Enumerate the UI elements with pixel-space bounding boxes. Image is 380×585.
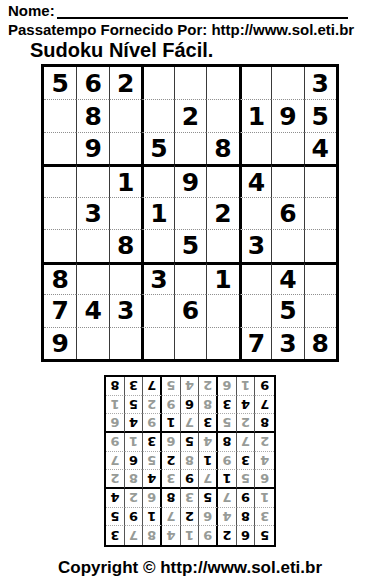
solution-cell-r6c1: 2 — [255, 433, 274, 452]
puzzle-digit: 5 — [182, 233, 199, 258]
solution-digit: 4 — [203, 435, 212, 448]
solution-cell-r8c9: 1 — [106, 396, 125, 415]
solution-digit: 5 — [147, 454, 156, 467]
solution-cell-r1c1: 5 — [255, 526, 274, 545]
solution-digit: 3 — [110, 529, 119, 542]
solution-digit: 6 — [222, 379, 231, 392]
puzzle-cell-r2c2[interactable]: 8 — [76, 99, 108, 131]
puzzle-cell-r4c7[interactable]: 4 — [239, 164, 271, 196]
solution-digit: 8 — [110, 379, 119, 392]
puzzle-digit: 8 — [312, 331, 329, 356]
puzzle-cell-r8c3[interactable]: 3 — [109, 294, 141, 326]
solution-digit: 5 — [203, 491, 212, 504]
solution-digit: 8 — [185, 454, 194, 467]
puzzle-cell-r5c2[interactable]: 3 — [76, 197, 108, 229]
solution-digit: 8 — [241, 510, 250, 523]
solution-digit: 9 — [260, 379, 269, 392]
puzzle-cell-r8c1[interactable]: 7 — [44, 294, 76, 326]
puzzle-digit: 3 — [312, 71, 329, 96]
puzzle-cell-r2c9[interactable]: 5 — [304, 99, 336, 131]
solution-cell-r5c1: 4 — [255, 452, 274, 471]
solution-cell-r4c8: 8 — [125, 470, 144, 489]
solution-cell-r3c6: 8 — [162, 489, 181, 508]
puzzle-digit: 6 — [84, 71, 101, 96]
sudoku-worksheet-page: Nome: Passatempo Fornecido Por: http://w… — [0, 0, 380, 585]
puzzle-cell-r3c1[interactable] — [44, 132, 76, 164]
solution-cell-r1c2: 6 — [237, 526, 256, 545]
solution-digit: 8 — [129, 472, 138, 485]
puzzle-cell-r2c6[interactable] — [206, 99, 238, 131]
solution-cell-r8c7: 2 — [143, 396, 162, 415]
puzzle-digit: 5 — [150, 136, 167, 161]
puzzle-digit: 8 — [84, 104, 101, 129]
solution-cell-r9c1: 9 — [255, 377, 274, 396]
puzzle-digit: 2 — [182, 104, 199, 129]
puzzle-cell-r2c1[interactable] — [44, 99, 76, 131]
solution-cell-r4c6: 3 — [162, 470, 181, 489]
puzzle-digit: 4 — [279, 267, 296, 292]
puzzle-cell-r6c2[interactable] — [76, 229, 108, 261]
puzzle-cell-r9c6[interactable] — [206, 327, 238, 359]
solution-cell-r6c3: 8 — [218, 433, 237, 452]
solution-cell-r4c5: 9 — [181, 470, 200, 489]
puzzle-cell-r9c7[interactable]: 7 — [239, 327, 271, 359]
solution-cell-r5c6: 2 — [162, 452, 181, 471]
puzzle-digit: 8 — [214, 136, 231, 161]
puzzle-cell-r7c5[interactable] — [174, 262, 206, 294]
solution-board-rotated-180: 5629148733846271951975386246517934824391… — [104, 375, 276, 547]
solution-cell-r7c7: 9 — [143, 414, 162, 433]
puzzle-digit: 9 — [182, 170, 199, 195]
solution-digit: 9 — [185, 472, 194, 485]
puzzle-cell-r5c6[interactable]: 2 — [206, 197, 238, 229]
solution-digit: 7 — [110, 454, 119, 467]
solution-digit: 2 — [166, 454, 175, 467]
solution-cell-r3c1: 1 — [255, 489, 274, 508]
puzzle-digit: 5 — [312, 104, 329, 129]
puzzle-cell-r8c6[interactable] — [206, 294, 238, 326]
puzzle-cell-r2c5[interactable]: 2 — [174, 99, 206, 131]
solution-cell-r5c3: 9 — [218, 452, 237, 471]
solution-cell-r5c7: 5 — [143, 452, 162, 471]
puzzle-cell-r1c7[interactable] — [239, 67, 271, 99]
puzzle-cell-r6c5[interactable]: 5 — [174, 229, 206, 261]
solution-cell-r4c9: 2 — [106, 470, 125, 489]
solution-cell-r6c4: 4 — [199, 433, 218, 452]
solution-digit: 4 — [260, 454, 269, 467]
solution-digit: 3 — [185, 491, 194, 504]
solution-digit: 9 — [147, 416, 156, 429]
solution-cell-r7c1: 8 — [255, 414, 274, 433]
solution-cell-r8c3: 3 — [218, 396, 237, 415]
solution-cell-r2c3: 4 — [218, 508, 237, 527]
solution-digit: 2 — [222, 529, 231, 542]
puzzle-cell-r8c5[interactable]: 6 — [174, 294, 206, 326]
puzzle-cell-r5c7[interactable] — [239, 197, 271, 229]
solution-cell-r2c8: 9 — [125, 508, 144, 527]
solution-digit: 7 — [222, 491, 231, 504]
solution-digit: 8 — [222, 435, 231, 448]
solution-digit: 7 — [260, 398, 269, 411]
solution-digit: 2 — [185, 510, 194, 523]
solution-cell-r3c7: 6 — [143, 489, 162, 508]
puzzle-cell-r3c3[interactable] — [109, 132, 141, 164]
puzzle-digit: 3 — [150, 267, 167, 292]
solution-cell-r8c5: 6 — [181, 396, 200, 415]
solution-digit: 8 — [166, 491, 175, 504]
puzzle-cell-r1c2[interactable]: 6 — [76, 67, 108, 99]
solution-digit: 2 — [203, 379, 212, 392]
puzzle-cell-r8c2[interactable]: 4 — [76, 294, 108, 326]
puzzle-cell-r4c5[interactable]: 9 — [174, 164, 206, 196]
solution-cell-r1c8: 7 — [125, 526, 144, 545]
puzzle-digit: 8 — [117, 233, 134, 258]
solution-digit: 2 — [241, 416, 250, 429]
solution-digit: 7 — [129, 529, 138, 542]
puzzle-cell-r7c8[interactable]: 4 — [271, 262, 303, 294]
solution-digit: 3 — [147, 435, 156, 448]
solution-digit: 9 — [241, 491, 250, 504]
sudoku-board: 562382195958419431268538314743659738 — [41, 64, 339, 362]
puzzle-cell-r3c5[interactable] — [174, 132, 206, 164]
puzzle-digit: 6 — [279, 201, 296, 226]
solution-cell-r8c8: 5 — [125, 396, 144, 415]
puzzle-cell-r6c8[interactable] — [271, 229, 303, 261]
solution-digit: 1 — [222, 472, 231, 485]
solution-cell-r3c5: 3 — [181, 489, 200, 508]
puzzle-cell-r3c4[interactable]: 5 — [141, 132, 173, 164]
solution-cell-r1c6: 4 — [162, 526, 181, 545]
puzzle-cell-r8c7[interactable] — [239, 294, 271, 326]
name-label: Nome: — [8, 2, 55, 19]
solution-digit: 4 — [166, 529, 175, 542]
puzzle-cell-r1c6[interactable] — [206, 67, 238, 99]
puzzle-digit: 3 — [84, 201, 101, 226]
puzzle-cell-r3c8[interactable] — [271, 132, 303, 164]
puzzle-cell-r2c3[interactable] — [109, 99, 141, 131]
puzzle-cell-r6c9[interactable] — [304, 229, 336, 261]
puzzle-cell-r5c8[interactable]: 6 — [271, 197, 303, 229]
solution-digit: 3 — [203, 416, 212, 429]
solution-digit: 6 — [147, 491, 156, 504]
puzzle-cell-r6c4[interactable] — [141, 229, 173, 261]
solution-cell-r4c4: 7 — [199, 470, 218, 489]
puzzle-digit: 7 — [248, 331, 265, 356]
puzzle-cell-r5c1[interactable] — [44, 197, 76, 229]
puzzle-cell-r8c8[interactable]: 5 — [271, 294, 303, 326]
puzzle-cell-r3c6[interactable]: 8 — [206, 132, 238, 164]
puzzle-cell-r9c5[interactable] — [174, 327, 206, 359]
puzzle-cell-r1c9[interactable]: 3 — [304, 67, 336, 99]
solution-cell-r7c9: 6 — [106, 414, 125, 433]
puzzle-cell-r4c2[interactable] — [76, 164, 108, 196]
puzzle-cell-r6c7[interactable]: 3 — [239, 229, 271, 261]
puzzle-cell-r2c8[interactable]: 9 — [271, 99, 303, 131]
puzzle-cell-r4c8[interactable] — [271, 164, 303, 196]
solution-digit: 5 — [129, 398, 138, 411]
solution-cell-r2c9: 5 — [106, 508, 125, 527]
solution-digit: 1 — [166, 416, 175, 429]
solution-cell-r9c8: 3 — [125, 377, 144, 396]
solution-digit: 4 — [222, 510, 231, 523]
puzzle-cell-r2c7[interactable]: 1 — [239, 99, 271, 131]
puzzle-digit: 9 — [52, 331, 69, 356]
solution-cell-r6c7: 3 — [143, 433, 162, 452]
solution-digit: 6 — [166, 435, 175, 448]
puzzle-digit: 4 — [84, 298, 101, 323]
solution-cell-r6c2: 7 — [237, 433, 256, 452]
provider-line: Passatempo Fornecido Por: http://www.sol… — [8, 21, 354, 38]
solution-digit: 5 — [110, 510, 119, 523]
solution-cell-r9c4: 2 — [199, 377, 218, 396]
solution-cell-r7c3: 5 — [218, 414, 237, 433]
puzzle-digit: 4 — [312, 136, 329, 161]
name-row: Nome: — [8, 2, 348, 19]
solution-digit: 3 — [260, 510, 269, 523]
solution-cell-r8c4: 8 — [199, 396, 218, 415]
puzzle-digit: 1 — [214, 267, 231, 292]
solution-cell-r8c6: 9 — [162, 396, 181, 415]
solution-cell-r6c9: 9 — [106, 433, 125, 452]
puzzle-cell-r6c3[interactable]: 8 — [109, 229, 141, 261]
solution-digit: 8 — [147, 529, 156, 542]
solution-cell-r4c7: 4 — [143, 470, 162, 489]
solution-digit: 9 — [110, 435, 119, 448]
solution-cell-r1c3: 2 — [218, 526, 237, 545]
solution-cell-r1c5: 1 — [181, 526, 200, 545]
puzzle-cell-r7c4[interactable]: 3 — [141, 262, 173, 294]
solution-digit: 7 — [147, 379, 156, 392]
solution-cell-r9c5: 4 — [181, 377, 200, 396]
solution-digit: 1 — [260, 491, 269, 504]
solution-digit: 5 — [166, 379, 175, 392]
puzzle-cell-r9c2[interactable] — [76, 327, 108, 359]
solution-cell-r3c9: 4 — [106, 489, 125, 508]
solution-cell-r1c9: 3 — [106, 526, 125, 545]
solution-digit: 7 — [203, 472, 212, 485]
puzzle-cell-r6c6[interactable] — [206, 229, 238, 261]
puzzle-cell-r1c5[interactable] — [174, 67, 206, 99]
puzzle-digit: 8 — [52, 267, 69, 292]
puzzle-cell-r1c3[interactable]: 2 — [109, 67, 141, 99]
solution-cell-r7c5: 7 — [181, 414, 200, 433]
solution-digit: 5 — [185, 435, 194, 448]
solution-digit: 6 — [203, 510, 212, 523]
puzzle-cell-r9c9[interactable]: 8 — [304, 327, 336, 359]
puzzle-digit: 3 — [248, 233, 265, 258]
name-blank-line[interactable] — [57, 3, 348, 19]
solution-digit: 6 — [260, 472, 269, 485]
puzzle-cell-r8c4[interactable] — [141, 294, 173, 326]
solution-digit: 7 — [241, 435, 250, 448]
solution-cell-r9c9: 8 — [106, 377, 125, 396]
solution-digit: 2 — [129, 491, 138, 504]
solution-digit: 9 — [166, 398, 175, 411]
solution-cell-r3c4: 5 — [199, 489, 218, 508]
puzzle-cell-r7c9[interactable] — [304, 262, 336, 294]
solution-digit: 1 — [110, 398, 119, 411]
puzzle-digit: 9 — [84, 136, 101, 161]
puzzle-cell-r7c1[interactable]: 8 — [44, 262, 76, 294]
solution-digit: 8 — [260, 416, 269, 429]
solution-digit: 4 — [185, 379, 194, 392]
solution-digit: 7 — [185, 416, 194, 429]
solution-digit: 4 — [241, 398, 250, 411]
solution-digit: 1 — [241, 379, 250, 392]
puzzle-digit: 1 — [248, 104, 265, 129]
puzzle-cell-r4c9[interactable] — [304, 164, 336, 196]
puzzle-digit: 3 — [279, 331, 296, 356]
solution-digit: 2 — [147, 398, 156, 411]
copyright-footer: Copyright © http://www.sol.eti.br — [0, 558, 380, 578]
puzzle-cell-r2c4[interactable] — [141, 99, 173, 131]
solution-cell-r7c6: 1 — [162, 414, 181, 433]
puzzle-digit: 2 — [117, 71, 134, 96]
puzzle-cell-r9c1[interactable]: 9 — [44, 327, 76, 359]
solution-digit: 2 — [260, 435, 269, 448]
solution-cell-r5c5: 8 — [181, 452, 200, 471]
page-title: Sudoku Nível Fácil. — [30, 39, 213, 62]
puzzle-cell-r1c8[interactable] — [271, 67, 303, 99]
puzzle-digit: 2 — [214, 201, 231, 226]
solution-cell-r5c4: 1 — [199, 452, 218, 471]
solution-cell-r1c4: 9 — [199, 526, 218, 545]
solution-cell-r9c3: 6 — [218, 377, 237, 396]
solution-cell-r2c1: 3 — [255, 508, 274, 527]
solution-cell-r8c1: 7 — [255, 396, 274, 415]
puzzle-cell-r5c9[interactable] — [304, 197, 336, 229]
puzzle-digit: 9 — [279, 104, 296, 129]
solution-digit: 1 — [203, 454, 212, 467]
solution-digit: 5 — [222, 416, 231, 429]
solution-cell-r7c8: 4 — [125, 414, 144, 433]
solution-cell-r5c9: 7 — [106, 452, 125, 471]
puzzle-cell-r8c9[interactable] — [304, 294, 336, 326]
solution-digit: 2 — [110, 472, 119, 485]
solution-cell-r7c2: 2 — [237, 414, 256, 433]
puzzle-cell-r5c3[interactable] — [109, 197, 141, 229]
solution-cell-r2c6: 7 — [162, 508, 181, 527]
puzzle-cell-r7c3[interactable] — [109, 262, 141, 294]
puzzle-cell-r1c1[interactable]: 5 — [44, 67, 76, 99]
solution-cell-r9c2: 1 — [237, 377, 256, 396]
solution-digit: 1 — [185, 529, 194, 542]
solution-digit: 4 — [110, 491, 119, 504]
puzzle-digit: 5 — [279, 298, 296, 323]
solution-cell-r6c6: 6 — [162, 433, 181, 452]
solution-cell-r5c2: 3 — [237, 452, 256, 471]
puzzle-cell-r1c4[interactable] — [141, 67, 173, 99]
solution-cell-r1c7: 8 — [143, 526, 162, 545]
puzzle-cell-r4c1[interactable] — [44, 164, 76, 196]
puzzle-cell-r9c3[interactable] — [109, 327, 141, 359]
solution-digit: 9 — [222, 454, 231, 467]
solution-digit: 3 — [129, 379, 138, 392]
puzzle-cell-r9c8[interactable]: 3 — [271, 327, 303, 359]
puzzle-cell-r9c4[interactable] — [141, 327, 173, 359]
puzzle-digit: 3 — [117, 298, 134, 323]
solution-digit: 1 — [129, 435, 138, 448]
solution-cell-r2c2: 8 — [237, 508, 256, 527]
solution-digit: 6 — [241, 529, 250, 542]
solution-digit: 5 — [260, 529, 269, 542]
puzzle-cell-r4c4[interactable] — [141, 164, 173, 196]
solution-cell-r3c8: 2 — [125, 489, 144, 508]
solution-digit: 7 — [166, 510, 175, 523]
solution-digit: 8 — [203, 398, 212, 411]
solution-digit: 9 — [129, 510, 138, 523]
solution-cell-r8c2: 4 — [237, 396, 256, 415]
solution-cell-r5c8: 6 — [125, 452, 144, 471]
solution-digit: 4 — [147, 472, 156, 485]
puzzle-cell-r3c9[interactable]: 4 — [304, 132, 336, 164]
puzzle-cell-r3c2[interactable]: 9 — [76, 132, 108, 164]
solution-cell-r6c5: 5 — [181, 433, 200, 452]
solution-cell-r2c7: 1 — [143, 508, 162, 527]
puzzle-digit: 1 — [150, 201, 167, 226]
solution-digit: 3 — [166, 472, 175, 485]
solution-digit: 6 — [129, 454, 138, 467]
solution-cell-r4c3: 1 — [218, 470, 237, 489]
solution-digit: 1 — [147, 510, 156, 523]
puzzle-cell-r3c7[interactable] — [239, 132, 271, 164]
solution-digit: 3 — [222, 398, 231, 411]
puzzle-digit: 1 — [117, 170, 134, 195]
solution-cell-r9c7: 7 — [143, 377, 162, 396]
solution-cell-r9c6: 5 — [162, 377, 181, 396]
puzzle-cell-r7c7[interactable] — [239, 262, 271, 294]
puzzle-cell-r5c4[interactable]: 1 — [141, 197, 173, 229]
solution-digit: 3 — [241, 454, 250, 467]
puzzle-cell-r4c3[interactable]: 1 — [109, 164, 141, 196]
solution-digit: 9 — [203, 529, 212, 542]
puzzle-digit: 7 — [52, 298, 69, 323]
solution-cell-r3c3: 7 — [218, 489, 237, 508]
puzzle-cell-r4c6[interactable] — [206, 164, 238, 196]
solution-cell-r2c4: 6 — [199, 508, 218, 527]
puzzle-digit: 6 — [182, 298, 199, 323]
puzzle-cell-r7c6[interactable]: 1 — [206, 262, 238, 294]
solution-cell-r7c4: 3 — [199, 414, 218, 433]
puzzle-cell-r5c5[interactable] — [174, 197, 206, 229]
solution-digit: 4 — [129, 416, 138, 429]
solution-digit: 5 — [241, 472, 250, 485]
solution-digit: 6 — [185, 398, 194, 411]
solution-cell-r4c1: 6 — [255, 470, 274, 489]
solution-cell-r3c2: 9 — [237, 489, 256, 508]
puzzle-cell-r6c1[interactable] — [44, 229, 76, 261]
solution-cell-r2c5: 2 — [181, 508, 200, 527]
solution-cell-r6c8: 1 — [125, 433, 144, 452]
solution-digit: 6 — [110, 416, 119, 429]
puzzle-digit: 5 — [52, 71, 69, 96]
puzzle-cell-r7c2[interactable] — [76, 262, 108, 294]
puzzle-digit: 4 — [248, 170, 265, 195]
solution-cell-r4c2: 5 — [237, 470, 256, 489]
